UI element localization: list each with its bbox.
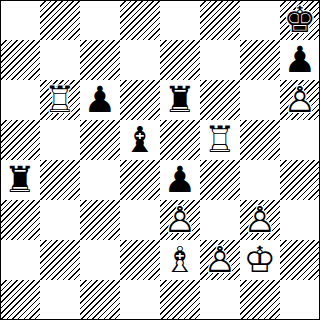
square-f3[interactable] [200,200,240,240]
square-a7[interactable] [0,40,40,80]
square-f2[interactable]: ♟♙ [200,240,240,280]
square-g2[interactable]: ♚♔ [240,240,280,280]
square-b3[interactable] [40,200,80,240]
square-b8[interactable] [40,0,80,40]
square-a6[interactable] [0,80,40,120]
square-d8[interactable] [120,0,160,40]
square-g7[interactable] [240,40,280,80]
square-f5[interactable]: ♜♖ [200,120,240,160]
square-c4[interactable] [80,160,120,200]
piece-black-pawn-e4[interactable]: ♟ [160,160,200,200]
square-b5[interactable] [40,120,80,160]
square-e3[interactable]: ♟♙ [160,200,200,240]
square-f7[interactable] [200,40,240,80]
square-h4[interactable] [280,160,320,200]
square-f1[interactable] [200,280,240,320]
square-h5[interactable] [280,120,320,160]
piece-white-pawn-h6[interactable]: ♙ [280,80,320,120]
square-e7[interactable] [160,40,200,80]
square-b1[interactable] [40,280,80,320]
square-h6[interactable]: ♟♙ [280,80,320,120]
square-a2[interactable] [0,240,40,280]
square-g8[interactable] [240,0,280,40]
chessboard: ♚♚♟♟♜♖♟♟♜♜♟♙♝♝♜♖♜♜♟♟♟♙♟♙♝♗♟♙♚♔ [0,0,320,320]
piece-white-rook-f5[interactable]: ♖ [200,120,240,160]
square-d5[interactable]: ♝♝ [120,120,160,160]
piece-white-pawn-e3[interactable]: ♙ [160,200,200,240]
square-b4[interactable] [40,160,80,200]
square-c7[interactable] [80,40,120,80]
square-c1[interactable] [80,280,120,320]
square-b2[interactable] [40,240,80,280]
piece-white-rook-b6[interactable]: ♖ [40,80,80,120]
square-e8[interactable] [160,0,200,40]
square-d2[interactable] [120,240,160,280]
square-c2[interactable] [80,240,120,280]
piece-black-pawn-c6[interactable]: ♟ [80,80,120,120]
piece-black-rook-a4[interactable]: ♜ [0,160,40,200]
square-a4[interactable]: ♜♜ [0,160,40,200]
square-g5[interactable] [240,120,280,160]
square-g6[interactable] [240,80,280,120]
square-e2[interactable]: ♝♗ [160,240,200,280]
square-g1[interactable] [240,280,280,320]
square-h8[interactable]: ♚♚ [280,0,320,40]
square-c6[interactable]: ♟♟ [80,80,120,120]
chessboard-frame: ♚♚♟♟♜♖♟♟♜♜♟♙♝♝♜♖♜♜♟♟♟♙♟♙♝♗♟♙♚♔ [0,0,320,320]
piece-white-bishop-e2[interactable]: ♗ [160,240,200,280]
square-g3[interactable]: ♟♙ [240,200,280,240]
square-d4[interactable] [120,160,160,200]
square-e4[interactable]: ♟♟ [160,160,200,200]
piece-white-pawn-f2[interactable]: ♙ [200,240,240,280]
piece-black-rook-e6[interactable]: ♜ [160,80,200,120]
square-h3[interactable] [280,200,320,240]
square-b7[interactable] [40,40,80,80]
piece-white-king-g2[interactable]: ♔ [240,240,280,280]
square-f8[interactable] [200,0,240,40]
square-h1[interactable] [280,280,320,320]
square-h7[interactable]: ♟♟ [280,40,320,80]
square-d3[interactable] [120,200,160,240]
square-d1[interactable] [120,280,160,320]
piece-black-bishop-d5[interactable]: ♝ [120,120,160,160]
square-a5[interactable] [0,120,40,160]
square-f6[interactable] [200,80,240,120]
square-f4[interactable] [200,160,240,200]
square-d7[interactable] [120,40,160,80]
square-e6[interactable]: ♜♜ [160,80,200,120]
piece-black-pawn-h7[interactable]: ♟ [280,40,320,80]
square-e1[interactable] [160,280,200,320]
square-a3[interactable] [0,200,40,240]
square-d6[interactable] [120,80,160,120]
square-b6[interactable]: ♜♖ [40,80,80,120]
piece-white-pawn-g3[interactable]: ♙ [240,200,280,240]
square-h2[interactable] [280,240,320,280]
square-a8[interactable] [0,0,40,40]
square-c3[interactable] [80,200,120,240]
piece-black-king-h8[interactable]: ♚ [280,0,320,40]
square-c8[interactable] [80,0,120,40]
square-c5[interactable] [80,120,120,160]
square-g4[interactable] [240,160,280,200]
square-a1[interactable] [0,280,40,320]
square-e5[interactable] [160,120,200,160]
